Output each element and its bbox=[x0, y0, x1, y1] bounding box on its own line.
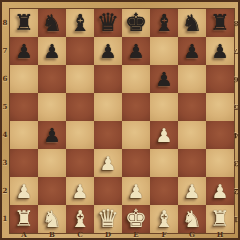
black-queen[interactable]: ♛ bbox=[94, 9, 122, 37]
square-d6[interactable] bbox=[94, 65, 122, 93]
black-pawn[interactable]: ♟ bbox=[94, 37, 122, 65]
square-a8[interactable]: ♜ bbox=[10, 9, 38, 37]
square-h8[interactable]: ♜ bbox=[206, 9, 234, 37]
board-grid: ♜♞♝♛♚♝♞♜♟♟♟♟♟♟♟♟♟♟♟♟♟♟♟♜♞♝♛♚♝♞♜ bbox=[10, 9, 234, 233]
rank-label: 2 bbox=[1, 177, 9, 205]
square-f1[interactable]: ♝ bbox=[150, 205, 178, 233]
rank-label: 3 bbox=[1, 149, 9, 177]
square-b3[interactable] bbox=[38, 149, 66, 177]
rank-label: 1 bbox=[1, 205, 9, 233]
square-h1[interactable]: ♜ bbox=[206, 205, 234, 233]
rank-label: 3 bbox=[232, 149, 240, 177]
chess-board: ♜♞♝♛♚♝♞♜♟♟♟♟♟♟♟♟♟♟♟♟♟♟♟♜♞♝♛♚♝♞♜ 8 7 6 5 … bbox=[0, 0, 240, 240]
square-c2[interactable]: ♟ bbox=[66, 177, 94, 205]
square-g2[interactable]: ♟ bbox=[178, 177, 206, 205]
square-a7[interactable]: ♟ bbox=[10, 37, 38, 65]
square-h6[interactable] bbox=[206, 65, 234, 93]
white-pawn[interactable]: ♟ bbox=[122, 177, 150, 205]
square-e7[interactable]: ♟ bbox=[122, 37, 150, 65]
square-b7[interactable]: ♟ bbox=[38, 37, 66, 65]
white-pawn[interactable]: ♟ bbox=[150, 121, 178, 149]
black-pawn[interactable]: ♟ bbox=[122, 37, 150, 65]
square-c1[interactable]: ♝ bbox=[66, 205, 94, 233]
black-rook[interactable]: ♜ bbox=[206, 9, 234, 37]
black-pawn[interactable]: ♟ bbox=[150, 65, 178, 93]
square-b6[interactable] bbox=[38, 65, 66, 93]
white-rook[interactable]: ♜ bbox=[10, 205, 38, 233]
square-d5[interactable] bbox=[94, 93, 122, 121]
square-g4[interactable] bbox=[178, 121, 206, 149]
square-h2[interactable]: ♟ bbox=[206, 177, 234, 205]
square-a1[interactable]: ♜ bbox=[10, 205, 38, 233]
square-g3[interactable] bbox=[178, 149, 206, 177]
square-e2[interactable]: ♟ bbox=[122, 177, 150, 205]
white-pawn[interactable]: ♟ bbox=[66, 177, 94, 205]
square-e6[interactable] bbox=[122, 65, 150, 93]
square-b1[interactable]: ♞ bbox=[38, 205, 66, 233]
square-g8[interactable]: ♞ bbox=[178, 9, 206, 37]
rank-label: 4 bbox=[1, 121, 9, 149]
black-bishop[interactable]: ♝ bbox=[150, 9, 178, 37]
square-a6[interactable] bbox=[10, 65, 38, 93]
square-a5[interactable] bbox=[10, 93, 38, 121]
square-e4[interactable] bbox=[122, 121, 150, 149]
square-d7[interactable]: ♟ bbox=[94, 37, 122, 65]
square-g5[interactable] bbox=[178, 93, 206, 121]
square-g1[interactable]: ♞ bbox=[178, 205, 206, 233]
square-e5[interactable] bbox=[122, 93, 150, 121]
square-d2[interactable] bbox=[94, 177, 122, 205]
square-h5[interactable] bbox=[206, 93, 234, 121]
square-a2[interactable]: ♟ bbox=[10, 177, 38, 205]
square-e8[interactable]: ♚ bbox=[122, 9, 150, 37]
square-e3[interactable] bbox=[122, 149, 150, 177]
square-c4[interactable] bbox=[66, 121, 94, 149]
rank-label: 5 bbox=[232, 93, 240, 121]
square-b5[interactable] bbox=[38, 93, 66, 121]
white-bishop[interactable]: ♝ bbox=[150, 205, 178, 233]
black-pawn[interactable]: ♟ bbox=[38, 37, 66, 65]
white-pawn[interactable]: ♟ bbox=[94, 149, 122, 177]
square-b2[interactable] bbox=[38, 177, 66, 205]
square-h4[interactable] bbox=[206, 121, 234, 149]
rank-label: 8 bbox=[1, 9, 9, 37]
square-f5[interactable] bbox=[150, 93, 178, 121]
rank-labels-left: 8 7 6 5 4 3 2 1 bbox=[1, 9, 9, 233]
square-c7[interactable] bbox=[66, 37, 94, 65]
square-f3[interactable] bbox=[150, 149, 178, 177]
square-d8[interactable]: ♛ bbox=[94, 9, 122, 37]
square-c8[interactable]: ♝ bbox=[66, 9, 94, 37]
square-f8[interactable]: ♝ bbox=[150, 9, 178, 37]
white-king[interactable]: ♚ bbox=[122, 205, 150, 233]
white-knight[interactable]: ♞ bbox=[178, 205, 206, 233]
square-h7[interactable]: ♟ bbox=[206, 37, 234, 65]
black-king[interactable]: ♚ bbox=[122, 9, 150, 37]
square-c3[interactable] bbox=[66, 149, 94, 177]
square-f7[interactable] bbox=[150, 37, 178, 65]
black-knight[interactable]: ♞ bbox=[38, 9, 66, 37]
square-a3[interactable] bbox=[10, 149, 38, 177]
square-b4[interactable]: ♟ bbox=[38, 121, 66, 149]
square-g7[interactable]: ♟ bbox=[178, 37, 206, 65]
black-pawn[interactable]: ♟ bbox=[206, 37, 234, 65]
square-d4[interactable] bbox=[94, 121, 122, 149]
rank-label: 6 bbox=[1, 65, 9, 93]
square-h3[interactable] bbox=[206, 149, 234, 177]
square-b8[interactable]: ♞ bbox=[38, 9, 66, 37]
square-f4[interactable]: ♟ bbox=[150, 121, 178, 149]
square-a4[interactable] bbox=[10, 121, 38, 149]
square-d1[interactable]: ♛ bbox=[94, 205, 122, 233]
square-f6[interactable]: ♟ bbox=[150, 65, 178, 93]
black-knight[interactable]: ♞ bbox=[178, 9, 206, 37]
black-rook[interactable]: ♜ bbox=[10, 9, 38, 37]
white-queen[interactable]: ♛ bbox=[94, 205, 122, 233]
square-d3[interactable]: ♟ bbox=[94, 149, 122, 177]
rank-label: 6 bbox=[232, 65, 240, 93]
square-f2[interactable] bbox=[150, 177, 178, 205]
white-pawn[interactable]: ♟ bbox=[178, 177, 206, 205]
black-pawn[interactable]: ♟ bbox=[38, 121, 66, 149]
square-g6[interactable] bbox=[178, 65, 206, 93]
black-pawn[interactable]: ♟ bbox=[10, 37, 38, 65]
white-pawn[interactable]: ♟ bbox=[206, 177, 234, 205]
white-pawn[interactable]: ♟ bbox=[10, 177, 38, 205]
square-c5[interactable] bbox=[66, 93, 94, 121]
white-bishop[interactable]: ♝ bbox=[66, 205, 94, 233]
rank-label: 7 bbox=[1, 37, 9, 65]
white-knight[interactable]: ♞ bbox=[38, 205, 66, 233]
square-c6[interactable] bbox=[66, 65, 94, 93]
rank-label: 4 bbox=[232, 121, 240, 149]
white-rook[interactable]: ♜ bbox=[206, 205, 234, 233]
square-e1[interactable]: ♚ bbox=[122, 205, 150, 233]
rank-label: 5 bbox=[1, 93, 9, 121]
black-bishop[interactable]: ♝ bbox=[66, 9, 94, 37]
black-pawn[interactable]: ♟ bbox=[178, 37, 206, 65]
